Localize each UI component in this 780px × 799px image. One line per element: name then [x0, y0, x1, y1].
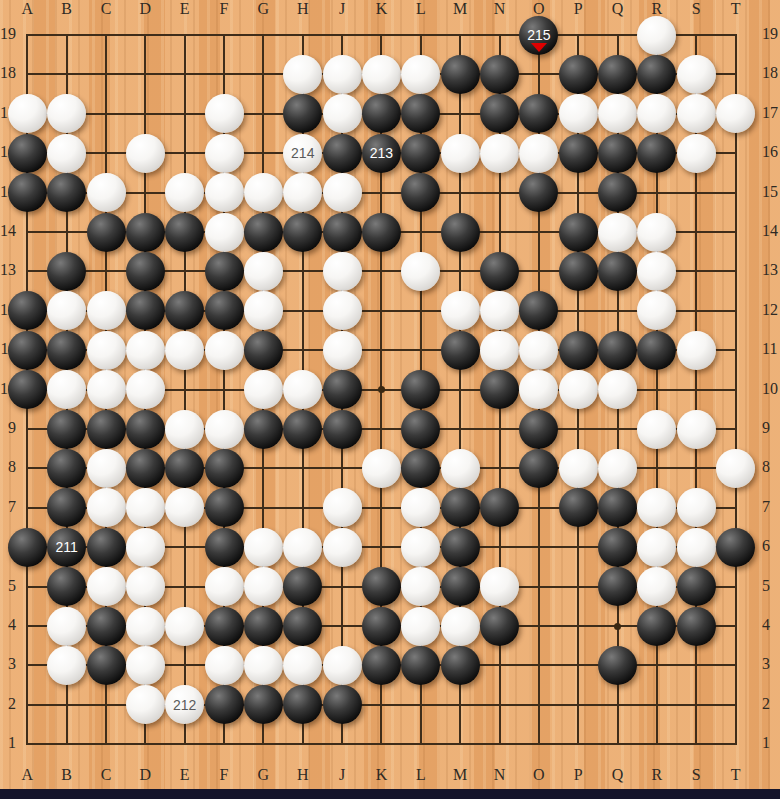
stone-black: [559, 252, 598, 291]
stone-white: [519, 370, 558, 409]
stone-black: [205, 252, 244, 291]
stone-white: [637, 488, 676, 527]
stone-black: [87, 646, 126, 685]
grid-line: [26, 743, 736, 745]
stone-black: [401, 370, 440, 409]
stone-white: [283, 370, 322, 409]
stone-white: [47, 291, 86, 330]
stone-white: [677, 55, 716, 94]
stone-black: [47, 488, 86, 527]
stone-white: [283, 646, 322, 685]
stone-black: [47, 173, 86, 212]
coord-label-right: 9: [762, 419, 780, 437]
stone-black: [441, 488, 480, 527]
last-move-marker: [531, 43, 547, 52]
stone-white: [205, 134, 244, 173]
coord-label-right: 3: [762, 655, 780, 673]
stone-white: [126, 646, 165, 685]
stone-white: [126, 134, 165, 173]
stone-white: [126, 331, 165, 370]
stone-black: [283, 567, 322, 606]
stone-black: [637, 331, 676, 370]
stone-black: [559, 488, 598, 527]
coord-label-right: 16: [762, 143, 780, 161]
stone-black: [205, 685, 244, 724]
stone-white: [637, 252, 676, 291]
stone-black: [559, 331, 598, 370]
coord-label-bottom: H: [288, 766, 318, 784]
coord-label-top: K: [366, 0, 396, 18]
stone-white: [716, 449, 755, 488]
stone-white: [598, 370, 637, 409]
coord-label-bottom: A: [12, 766, 42, 784]
move-number: 211: [55, 540, 77, 554]
coord-label-bottom: N: [485, 766, 515, 784]
stone-white: [677, 488, 716, 527]
stone-white: [126, 607, 165, 646]
stone-white: [480, 134, 519, 173]
stone-black: [559, 213, 598, 252]
move-number: 214: [291, 146, 314, 160]
stone-black: [637, 134, 676, 173]
stone-white: [598, 213, 637, 252]
stone-black: [205, 449, 244, 488]
stone-white: [323, 173, 362, 212]
stone-black: [165, 213, 204, 252]
stone-white: [244, 528, 283, 567]
stone-black: [637, 55, 676, 94]
coord-label-top: B: [52, 0, 82, 18]
stone-white: [401, 488, 440, 527]
coord-label-top: H: [288, 0, 318, 18]
stone-white: [47, 607, 86, 646]
stone-white: [637, 410, 676, 449]
coord-label-right: 14: [762, 222, 780, 240]
stone-white: [519, 331, 558, 370]
stone-black: [47, 252, 86, 291]
stone-black: [362, 213, 401, 252]
stone-black: 213: [362, 134, 401, 173]
coord-label-right: 12: [762, 301, 780, 319]
stone-black: [441, 213, 480, 252]
coord-label-bottom: L: [406, 766, 436, 784]
stone-black: [480, 370, 519, 409]
stone-white: [401, 607, 440, 646]
coord-label-left: 19: [0, 25, 16, 43]
stone-white: [677, 94, 716, 133]
stone-black: [323, 213, 362, 252]
stone-black: [362, 607, 401, 646]
stone-white: [559, 449, 598, 488]
stone-black: [519, 173, 558, 212]
stone-black: [519, 449, 558, 488]
stone-black: [598, 252, 637, 291]
stone-black: [244, 607, 283, 646]
coord-label-right: 6: [762, 537, 780, 555]
stone-white: [677, 331, 716, 370]
stone-black: [480, 252, 519, 291]
stone-black: [598, 173, 637, 212]
stone-black: [598, 528, 637, 567]
go-board[interactable]: AABBCCDDEEFFGGHHJJKKLLMMNNOOPPQQRRSSTT19…: [0, 0, 780, 799]
move-number: 213: [370, 146, 393, 160]
stone-black: [126, 449, 165, 488]
stone-white: [165, 331, 204, 370]
stone-white: [401, 528, 440, 567]
stone-black: [205, 291, 244, 330]
stone-black: [559, 55, 598, 94]
stone-black: [677, 607, 716, 646]
stone-black: 211: [47, 528, 86, 567]
stone-black: [441, 55, 480, 94]
stone-white: [441, 134, 480, 173]
stone-white: [126, 370, 165, 409]
coord-label-right: 18: [762, 64, 780, 82]
stone-black: [126, 252, 165, 291]
stone-black: [362, 646, 401, 685]
stone-black: [87, 410, 126, 449]
coord-label-top: A: [12, 0, 42, 18]
stone-white: [126, 488, 165, 527]
stone-white: [677, 528, 716, 567]
stone-white: [244, 370, 283, 409]
stone-black: [283, 607, 322, 646]
stone-black: [87, 607, 126, 646]
stone-black: [8, 370, 47, 409]
coord-label-top: M: [445, 0, 475, 18]
star-point: [378, 386, 385, 393]
stone-white: [480, 331, 519, 370]
stone-black: [441, 331, 480, 370]
coord-label-bottom: Q: [603, 766, 633, 784]
coord-label-left: 1: [0, 734, 16, 752]
coord-label-top: D: [130, 0, 160, 18]
coord-label-right: 17: [762, 104, 780, 122]
stone-black: 215: [519, 16, 558, 55]
stone-black: [165, 449, 204, 488]
stone-white: [637, 528, 676, 567]
stone-black: [441, 646, 480, 685]
coord-label-left: 4: [0, 616, 16, 634]
stone-white: [8, 94, 47, 133]
coord-label-bottom: O: [524, 766, 554, 784]
stone-black: [8, 173, 47, 212]
stone-black: [205, 607, 244, 646]
coord-label-bottom: P: [563, 766, 593, 784]
stone-white: [323, 331, 362, 370]
stone-white: 212: [165, 685, 204, 724]
stone-black: [480, 55, 519, 94]
stone-white: [87, 488, 126, 527]
stone-black: [677, 567, 716, 606]
stone-black: [519, 94, 558, 133]
stone-black: [8, 291, 47, 330]
coord-label-right: 4: [762, 616, 780, 634]
stone-white: [677, 134, 716, 173]
stone-black: [323, 370, 362, 409]
coord-label-top: N: [485, 0, 515, 18]
stone-black: [47, 449, 86, 488]
stone-black: [165, 291, 204, 330]
stone-white: [637, 94, 676, 133]
stone-black: [401, 410, 440, 449]
coord-label-left: 9: [0, 419, 16, 437]
coord-label-bottom: R: [642, 766, 672, 784]
stone-white: [126, 685, 165, 724]
stone-white: [244, 173, 283, 212]
stone-white: [323, 55, 362, 94]
stone-white: [87, 370, 126, 409]
stone-white: [244, 646, 283, 685]
stone-white: [283, 55, 322, 94]
coord-label-top: T: [721, 0, 751, 18]
coord-label-right: 11: [762, 340, 780, 358]
stone-white: [126, 528, 165, 567]
coord-label-top: G: [248, 0, 278, 18]
coord-label-bottom: C: [91, 766, 121, 784]
stone-white: [323, 488, 362, 527]
coord-label-bottom: J: [327, 766, 357, 784]
stone-white: [47, 134, 86, 173]
coord-label-top: F: [209, 0, 239, 18]
coord-label-bottom: E: [170, 766, 200, 784]
stone-black: [126, 291, 165, 330]
stone-white: [441, 449, 480, 488]
stone-black: [362, 94, 401, 133]
stone-white: [637, 16, 676, 55]
coord-label-bottom: T: [721, 766, 751, 784]
move-number: 212: [173, 698, 196, 712]
stone-black: [480, 607, 519, 646]
stone-white: [637, 291, 676, 330]
stone-white: [441, 291, 480, 330]
coord-label-top: P: [563, 0, 593, 18]
stone-white: [283, 173, 322, 212]
coord-label-bottom: F: [209, 766, 239, 784]
stone-white: [323, 94, 362, 133]
coord-label-left: 5: [0, 577, 16, 595]
stone-black: [244, 331, 283, 370]
stone-black: [519, 291, 558, 330]
stone-white: [401, 55, 440, 94]
coord-label-bottom: K: [366, 766, 396, 784]
stone-black: [480, 94, 519, 133]
stone-black: [126, 410, 165, 449]
stone-white: [47, 370, 86, 409]
stone-black: [598, 331, 637, 370]
stone-black: [716, 528, 755, 567]
coord-label-left: 7: [0, 498, 16, 516]
coord-label-top: C: [91, 0, 121, 18]
stone-white: [323, 646, 362, 685]
stone-white: [205, 567, 244, 606]
stone-white: [677, 410, 716, 449]
stone-black: [401, 134, 440, 173]
coord-label-top: J: [327, 0, 357, 18]
stone-black: [401, 449, 440, 488]
stone-white: [716, 94, 755, 133]
stone-white: [165, 607, 204, 646]
stone-black: [441, 528, 480, 567]
bottom-bar: [0, 789, 780, 799]
stone-white: [244, 252, 283, 291]
coord-label-top: E: [170, 0, 200, 18]
stone-white: [519, 134, 558, 173]
stone-white: [480, 567, 519, 606]
coord-label-right: 13: [762, 261, 780, 279]
stone-white: [401, 567, 440, 606]
stone-black: [519, 410, 558, 449]
coord-label-top: L: [406, 0, 436, 18]
grid-line: [735, 34, 737, 745]
stone-black: [598, 55, 637, 94]
stone-white: [205, 410, 244, 449]
stone-white: [323, 528, 362, 567]
stone-black: [87, 528, 126, 567]
coord-label-right: 10: [762, 380, 780, 398]
coord-label-left: 13: [0, 261, 16, 279]
stone-black: [205, 528, 244, 567]
stone-black: [205, 488, 244, 527]
coord-label-left: 3: [0, 655, 16, 673]
stone-black: [126, 213, 165, 252]
star-point: [614, 623, 621, 630]
stone-white: [401, 252, 440, 291]
stone-white: [559, 370, 598, 409]
stone-white: [480, 291, 519, 330]
stone-white: [598, 94, 637, 133]
coord-label-right: 2: [762, 695, 780, 713]
stone-black: [559, 134, 598, 173]
stone-white: [559, 94, 598, 133]
stone-black: [283, 410, 322, 449]
stone-white: [87, 173, 126, 212]
stone-white: [205, 646, 244, 685]
stone-white: [87, 567, 126, 606]
stone-black: [362, 567, 401, 606]
stone-black: [323, 685, 362, 724]
stone-white: [87, 449, 126, 488]
stone-black: [480, 488, 519, 527]
coord-label-bottom: D: [130, 766, 160, 784]
stone-black: [8, 528, 47, 567]
coord-label-right: 5: [762, 577, 780, 595]
stone-white: [283, 528, 322, 567]
coord-label-left: 2: [0, 695, 16, 713]
stone-black: [244, 410, 283, 449]
stone-black: [598, 646, 637, 685]
stone-white: [441, 607, 480, 646]
coord-label-bottom: M: [445, 766, 475, 784]
stone-white: [362, 449, 401, 488]
stone-white: [165, 410, 204, 449]
stone-white: [323, 291, 362, 330]
stone-black: [244, 685, 283, 724]
coord-label-bottom: B: [52, 766, 82, 784]
stone-black: [47, 331, 86, 370]
stone-white: [87, 331, 126, 370]
stone-black: [87, 213, 126, 252]
coord-label-right: 8: [762, 458, 780, 476]
stone-white: [637, 567, 676, 606]
coord-label-top: Q: [603, 0, 633, 18]
coord-label-left: 18: [0, 64, 16, 82]
stone-white: [47, 646, 86, 685]
stone-black: [401, 94, 440, 133]
stone-black: [401, 173, 440, 212]
coord-label-bottom: G: [248, 766, 278, 784]
stone-black: [598, 488, 637, 527]
stone-white: [244, 291, 283, 330]
stone-white: [205, 213, 244, 252]
coord-label-left: 14: [0, 222, 16, 240]
coord-label-top: S: [681, 0, 711, 18]
stone-black: [637, 607, 676, 646]
stone-white: [165, 173, 204, 212]
stone-white: [637, 213, 676, 252]
stone-white: [244, 567, 283, 606]
stone-black: [8, 331, 47, 370]
coord-label-right: 1: [762, 734, 780, 752]
coord-label-bottom: S: [681, 766, 711, 784]
stone-white: [47, 94, 86, 133]
coord-label-right: 19: [762, 25, 780, 43]
stone-black: [401, 646, 440, 685]
stone-black: [323, 134, 362, 173]
stone-black: [283, 213, 322, 252]
stone-white: [362, 55, 401, 94]
stone-white: [323, 252, 362, 291]
stone-black: [283, 94, 322, 133]
stone-white: [205, 331, 244, 370]
stone-white: 214: [283, 134, 322, 173]
stone-black: [598, 134, 637, 173]
stone-black: [47, 410, 86, 449]
stone-white: [205, 173, 244, 212]
stone-white: [205, 94, 244, 133]
coord-label-left: 8: [0, 458, 16, 476]
move-number: 215: [527, 28, 550, 42]
coord-label-right: 7: [762, 498, 780, 516]
stone-black: [441, 567, 480, 606]
stone-black: [47, 567, 86, 606]
stone-black: [598, 567, 637, 606]
stone-black: [283, 685, 322, 724]
stone-white: [87, 291, 126, 330]
coord-label-right: 15: [762, 183, 780, 201]
stone-black: [8, 134, 47, 173]
stone-black: [323, 410, 362, 449]
stone-black: [244, 213, 283, 252]
stone-white: [126, 567, 165, 606]
stone-white: [165, 488, 204, 527]
stone-white: [598, 449, 637, 488]
